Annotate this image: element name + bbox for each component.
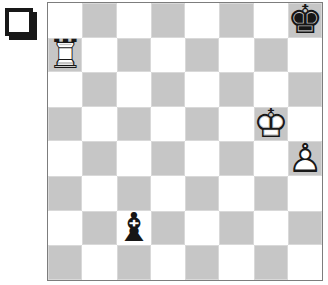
square-d2[interactable]: [151, 211, 185, 246]
square-h7[interactable]: [288, 38, 322, 73]
square-b1[interactable]: [82, 245, 116, 280]
square-d7[interactable]: [151, 38, 185, 73]
square-e8[interactable]: [185, 3, 219, 38]
square-f7[interactable]: [219, 38, 253, 73]
square-f4[interactable]: [219, 141, 253, 176]
square-f3[interactable]: [219, 176, 253, 211]
square-e7[interactable]: [185, 38, 219, 73]
square-h2[interactable]: [288, 211, 322, 246]
square-e5[interactable]: [185, 107, 219, 142]
square-c5[interactable]: [117, 107, 151, 142]
square-f5[interactable]: [219, 107, 253, 142]
white-rook-glyph: ♖: [48, 37, 82, 72]
square-f2[interactable]: [219, 211, 253, 246]
piece-white-rook-a7[interactable]: ♜♖: [48, 38, 82, 73]
square-c8[interactable]: [117, 3, 151, 38]
square-a7[interactable]: ♜♖: [48, 38, 82, 73]
square-a4[interactable]: [48, 141, 82, 176]
square-g5[interactable]: ♚♔: [254, 107, 288, 142]
square-b2[interactable]: [82, 211, 116, 246]
black-bishop-glyph: ♝: [117, 210, 151, 245]
square-g4[interactable]: [254, 141, 288, 176]
square-a2[interactable]: [48, 211, 82, 246]
square-a5[interactable]: [48, 107, 82, 142]
white-pawn-fill-glyph: ♟: [288, 140, 322, 175]
square-d6[interactable]: [151, 72, 185, 107]
square-h1[interactable]: [288, 245, 322, 280]
square-c6[interactable]: [117, 72, 151, 107]
square-f6[interactable]: [219, 72, 253, 107]
square-d3[interactable]: [151, 176, 185, 211]
chess-board: ♚♜♖♚♔♟♙♝: [47, 2, 323, 281]
piece-white-king-g5[interactable]: ♚♔: [254, 107, 288, 142]
square-h6[interactable]: [288, 72, 322, 107]
square-a6[interactable]: [48, 72, 82, 107]
white-king-glyph: ♔: [254, 106, 288, 141]
square-c4[interactable]: [117, 141, 151, 176]
square-a8[interactable]: [48, 3, 82, 38]
square-f1[interactable]: [219, 245, 253, 280]
square-d8[interactable]: [151, 3, 185, 38]
square-b7[interactable]: [82, 38, 116, 73]
square-d1[interactable]: [151, 245, 185, 280]
square-e6[interactable]: [185, 72, 219, 107]
white-king-fill-glyph: ♚: [254, 106, 288, 141]
square-g6[interactable]: [254, 72, 288, 107]
white-pawn-glyph: ♙: [288, 140, 322, 175]
square-b8[interactable]: [82, 3, 116, 38]
square-h4[interactable]: ♟♙: [288, 141, 322, 176]
square-h5[interactable]: [288, 107, 322, 142]
square-g8[interactable]: [254, 3, 288, 38]
piece-white-pawn-h4[interactable]: ♟♙: [288, 141, 322, 176]
piece-black-bishop-c2[interactable]: ♝: [117, 211, 151, 246]
square-g7[interactable]: [254, 38, 288, 73]
square-g3[interactable]: [254, 176, 288, 211]
white-to-move-icon: [5, 8, 33, 36]
square-f8[interactable]: [219, 3, 253, 38]
square-a1[interactable]: [48, 245, 82, 280]
square-h3[interactable]: [288, 176, 322, 211]
square-d5[interactable]: [151, 107, 185, 142]
square-b5[interactable]: [82, 107, 116, 142]
square-d4[interactable]: [151, 141, 185, 176]
chess-diagram: ♚♜♖♚♔♟♙♝: [0, 0, 328, 285]
square-a3[interactable]: [48, 176, 82, 211]
square-e2[interactable]: [185, 211, 219, 246]
square-h8[interactable]: ♚: [288, 3, 322, 38]
square-g2[interactable]: [254, 211, 288, 246]
square-b3[interactable]: [82, 176, 116, 211]
square-c7[interactable]: [117, 38, 151, 73]
black-king-glyph: ♚: [288, 2, 322, 37]
square-c2[interactable]: ♝: [117, 211, 151, 246]
square-g1[interactable]: [254, 245, 288, 280]
square-c3[interactable]: [117, 176, 151, 211]
square-b6[interactable]: [82, 72, 116, 107]
square-e1[interactable]: [185, 245, 219, 280]
square-e3[interactable]: [185, 176, 219, 211]
square-e4[interactable]: [185, 141, 219, 176]
white-rook-fill-glyph: ♜: [48, 37, 82, 72]
piece-black-king-h8[interactable]: ♚: [288, 3, 322, 38]
square-b4[interactable]: [82, 141, 116, 176]
square-c1[interactable]: [117, 245, 151, 280]
